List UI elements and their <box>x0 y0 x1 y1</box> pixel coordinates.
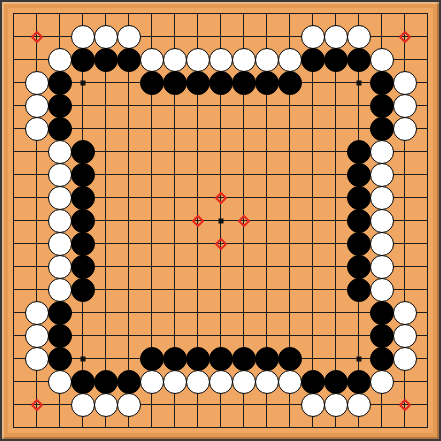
white-stone <box>71 25 95 49</box>
white-stone <box>25 347 49 371</box>
white-stone <box>393 347 417 371</box>
white-stone <box>209 370 233 394</box>
white-stone <box>48 48 72 72</box>
white-stone <box>186 48 210 72</box>
black-stone <box>117 370 141 394</box>
white-stone <box>117 393 141 417</box>
black-stone <box>140 347 164 371</box>
go-board-diagram <box>0 0 441 441</box>
black-stone <box>232 347 256 371</box>
white-stone <box>25 94 49 118</box>
black-stone <box>278 71 302 95</box>
black-stone <box>324 48 348 72</box>
black-stone <box>370 324 394 348</box>
white-stone <box>370 278 394 302</box>
white-stone <box>94 25 118 49</box>
black-stone <box>163 347 187 371</box>
white-stone <box>370 232 394 256</box>
red-diamond-marker <box>214 237 227 250</box>
white-stone <box>48 278 72 302</box>
white-stone <box>117 25 141 49</box>
black-stone <box>370 347 394 371</box>
black-stone <box>347 186 371 210</box>
red-diamond-marker <box>398 398 411 411</box>
white-stone <box>393 71 417 95</box>
star-point <box>80 80 85 85</box>
black-stone <box>71 48 95 72</box>
black-stone <box>278 347 302 371</box>
white-stone <box>209 48 233 72</box>
red-diamond-marker <box>30 398 43 411</box>
black-stone <box>71 186 95 210</box>
black-stone <box>347 278 371 302</box>
white-stone <box>140 48 164 72</box>
black-stone <box>209 71 233 95</box>
star-point <box>218 218 223 223</box>
white-stone <box>163 48 187 72</box>
white-stone <box>71 393 95 417</box>
white-stone <box>163 370 187 394</box>
black-stone <box>347 255 371 279</box>
black-stone <box>255 71 279 95</box>
black-stone <box>370 71 394 95</box>
white-stone <box>347 25 371 49</box>
white-stone <box>25 324 49 348</box>
black-stone <box>117 48 141 72</box>
white-stone <box>232 48 256 72</box>
black-stone <box>232 71 256 95</box>
black-stone <box>370 117 394 141</box>
black-stone <box>48 324 72 348</box>
black-stone <box>301 48 325 72</box>
white-stone <box>255 48 279 72</box>
white-stone <box>232 370 256 394</box>
black-stone <box>48 94 72 118</box>
black-stone <box>347 140 371 164</box>
black-stone <box>163 71 187 95</box>
black-stone <box>71 370 95 394</box>
red-diamond-marker <box>191 214 204 227</box>
white-stone <box>48 232 72 256</box>
white-stone <box>140 370 164 394</box>
white-stone <box>301 393 325 417</box>
black-stone <box>94 48 118 72</box>
black-stone <box>255 347 279 371</box>
black-stone <box>48 347 72 371</box>
black-stone <box>48 71 72 95</box>
white-stone <box>48 370 72 394</box>
white-stone <box>370 140 394 164</box>
black-stone <box>140 71 164 95</box>
black-stone <box>209 347 233 371</box>
red-diamond-marker <box>237 214 250 227</box>
white-stone <box>324 393 348 417</box>
white-stone <box>370 255 394 279</box>
white-stone <box>25 117 49 141</box>
white-stone <box>393 94 417 118</box>
white-stone <box>48 140 72 164</box>
red-diamond-marker <box>214 191 227 204</box>
black-stone <box>324 370 348 394</box>
red-diamond-marker <box>30 30 43 43</box>
black-stone <box>370 94 394 118</box>
white-stone <box>324 25 348 49</box>
white-stone <box>370 370 394 394</box>
black-stone <box>347 163 371 187</box>
stones-and-markers-layer <box>0 0 441 441</box>
star-point <box>356 80 361 85</box>
white-stone <box>25 301 49 325</box>
white-stone <box>393 324 417 348</box>
black-stone <box>48 117 72 141</box>
white-stone <box>393 301 417 325</box>
white-stone <box>370 48 394 72</box>
white-stone <box>347 393 371 417</box>
star-point <box>80 356 85 361</box>
black-stone <box>370 301 394 325</box>
black-stone <box>94 370 118 394</box>
black-stone <box>347 209 371 233</box>
black-stone <box>186 347 210 371</box>
white-stone <box>301 25 325 49</box>
white-stone <box>393 117 417 141</box>
white-stone <box>370 163 394 187</box>
white-stone <box>25 71 49 95</box>
black-stone <box>71 255 95 279</box>
black-stone <box>71 232 95 256</box>
white-stone <box>186 370 210 394</box>
white-stone <box>48 163 72 187</box>
white-stone <box>48 186 72 210</box>
black-stone <box>71 209 95 233</box>
white-stone <box>94 393 118 417</box>
black-stone <box>347 370 371 394</box>
red-diamond-marker <box>398 30 411 43</box>
black-stone <box>71 140 95 164</box>
white-stone <box>48 255 72 279</box>
white-stone <box>48 209 72 233</box>
white-stone <box>370 209 394 233</box>
black-stone <box>186 71 210 95</box>
black-stone <box>71 278 95 302</box>
star-point <box>356 356 361 361</box>
white-stone <box>255 370 279 394</box>
black-stone <box>48 301 72 325</box>
black-stone <box>301 370 325 394</box>
black-stone <box>347 232 371 256</box>
black-stone <box>347 48 371 72</box>
white-stone <box>370 186 394 210</box>
white-stone <box>278 48 302 72</box>
black-stone <box>71 163 95 187</box>
white-stone <box>278 370 302 394</box>
